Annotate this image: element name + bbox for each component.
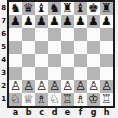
square-a4[interactable] [9,54,22,67]
square-d7[interactable]: ♟ [48,15,61,28]
file-label-g: g [87,108,100,118]
square-d6[interactable] [48,28,61,41]
file-label-d: d [48,108,61,118]
square-f7[interactable]: ♟ [74,15,87,28]
square-h1[interactable]: ♖ [100,93,113,106]
square-h4[interactable] [100,54,113,67]
square-e7[interactable]: ♟ [61,15,74,28]
file-label-b: b [22,108,35,118]
piece-white-knight[interactable]: ♘ [48,93,61,106]
piece-black-pawn[interactable]: ♟ [74,15,87,28]
square-g1[interactable]: ♔ [87,93,100,106]
square-f6[interactable] [74,28,87,41]
chess-diagram: 87654321 ♞♛♝♞♜♝♚♜♟♟♟♟♟♟♟♟♙♙♙♙♙♙♙♙♘♕♗♘♖♗♔… [0,0,118,118]
piece-black-pawn[interactable]: ♟ [100,15,113,28]
chess-board: ♞♛♝♞♜♝♚♜♟♟♟♟♟♟♟♟♙♙♙♙♙♙♙♙♘♕♗♘♖♗♔♖ [7,0,115,108]
rank-label-4: 4 [0,54,7,67]
square-a5[interactable] [9,41,22,54]
square-c6[interactable] [35,28,48,41]
square-f5[interactable] [74,41,87,54]
rank-label-2: 2 [0,80,7,93]
square-g5[interactable] [87,41,100,54]
piece-black-pawn[interactable]: ♟ [9,15,22,28]
square-h7[interactable]: ♟ [100,15,113,28]
square-b6[interactable] [22,28,35,41]
square-d1[interactable]: ♘ [48,93,61,106]
square-g4[interactable] [87,54,100,67]
piece-white-knight[interactable]: ♘ [9,93,22,106]
square-a6[interactable] [9,28,22,41]
square-b7[interactable]: ♟ [22,15,35,28]
piece-black-pawn[interactable]: ♟ [61,15,74,28]
square-e6[interactable] [61,28,74,41]
file-label-f: f [74,108,87,118]
square-b5[interactable] [22,41,35,54]
piece-white-bishop[interactable]: ♗ [74,93,87,106]
square-h6[interactable] [100,28,113,41]
square-a1[interactable]: ♘ [9,93,22,106]
file-label-e: e [61,108,74,118]
square-f4[interactable] [74,54,87,67]
square-c7[interactable]: ♟ [35,15,48,28]
rank-labels: 87654321 [0,0,7,108]
square-c5[interactable] [35,41,48,54]
square-c4[interactable] [35,54,48,67]
square-e4[interactable] [61,54,74,67]
square-a7[interactable]: ♟ [9,15,22,28]
piece-white-rook[interactable]: ♖ [100,93,113,106]
piece-white-king[interactable]: ♔ [87,93,100,106]
rank-label-6: 6 [0,28,7,41]
rank-label-3: 3 [0,67,7,80]
file-label-a: a [9,108,22,118]
piece-black-pawn[interactable]: ♟ [87,15,100,28]
file-label-c: c [35,108,48,118]
square-f1[interactable]: ♗ [74,93,87,106]
piece-white-bishop[interactable]: ♗ [35,93,48,106]
square-h5[interactable] [100,41,113,54]
square-d5[interactable] [48,41,61,54]
square-b4[interactable] [22,54,35,67]
square-e5[interactable] [61,41,74,54]
piece-black-pawn[interactable]: ♟ [48,15,61,28]
rank-label-7: 7 [0,15,7,28]
rank-label-8: 8 [0,2,7,15]
square-g7[interactable]: ♟ [87,15,100,28]
rank-label-5: 5 [0,41,7,54]
piece-black-pawn[interactable]: ♟ [35,15,48,28]
square-b1[interactable]: ♕ [22,93,35,106]
piece-white-queen[interactable]: ♕ [22,93,35,106]
piece-white-rook[interactable]: ♖ [61,93,74,106]
square-g6[interactable] [87,28,100,41]
square-e1[interactable]: ♖ [61,93,74,106]
square-c1[interactable]: ♗ [35,93,48,106]
file-label-h: h [100,108,113,118]
piece-black-pawn[interactable]: ♟ [22,15,35,28]
rank-label-1: 1 [0,93,7,106]
file-labels: abcdefgh [7,108,118,118]
square-d4[interactable] [48,54,61,67]
